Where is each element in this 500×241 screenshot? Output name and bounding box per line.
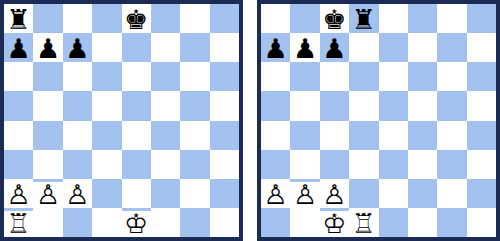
white-pawn-piece: ♙ xyxy=(293,181,317,208)
black-rook-piece: ♜ xyxy=(7,6,31,33)
square-g3 xyxy=(180,150,209,179)
square-h2 xyxy=(467,179,496,208)
square-f6 xyxy=(408,62,437,91)
castling-diagram: ♜♚♟♟♟♙♙♙♖♔ ♚♜♟♟♟♙♙♙♔♖ xyxy=(0,0,500,241)
square-b8 xyxy=(33,4,62,33)
square-e2 xyxy=(379,179,408,208)
square-d8: ♜ xyxy=(349,4,378,33)
square-c2: ♙ xyxy=(320,179,349,208)
square-g8 xyxy=(180,4,209,33)
square-f3 xyxy=(151,150,180,179)
square-g7 xyxy=(180,33,209,62)
square-c3 xyxy=(320,150,349,179)
square-c2: ♙ xyxy=(63,179,92,208)
square-a6 xyxy=(4,62,33,91)
white-king-piece: ♔ xyxy=(322,210,346,237)
square-f5 xyxy=(151,91,180,120)
square-b1 xyxy=(290,208,319,237)
square-b7: ♟ xyxy=(33,33,62,62)
square-d6 xyxy=(349,62,378,91)
square-e2 xyxy=(122,179,151,208)
white-pawn-piece: ♙ xyxy=(65,181,89,208)
square-e1 xyxy=(379,208,408,237)
square-b2: ♙ xyxy=(33,179,62,208)
square-c6 xyxy=(320,62,349,91)
square-d3 xyxy=(349,150,378,179)
black-king-piece: ♚ xyxy=(124,6,148,33)
square-h1 xyxy=(467,208,496,237)
white-pawn-piece: ♙ xyxy=(264,181,288,208)
square-e3 xyxy=(122,150,151,179)
square-g7 xyxy=(437,33,466,62)
square-c6 xyxy=(63,62,92,91)
square-g4 xyxy=(180,121,209,150)
square-a2: ♙ xyxy=(4,179,33,208)
square-d4 xyxy=(349,121,378,150)
square-d7 xyxy=(349,33,378,62)
square-c1 xyxy=(63,208,92,237)
square-h7 xyxy=(210,33,239,62)
square-d5 xyxy=(92,91,121,120)
square-d5 xyxy=(349,91,378,120)
square-g2 xyxy=(437,179,466,208)
square-f2 xyxy=(408,179,437,208)
square-a3 xyxy=(4,150,33,179)
square-g2 xyxy=(180,179,209,208)
white-king-piece: ♔ xyxy=(124,210,148,237)
square-e7 xyxy=(122,33,151,62)
square-f1 xyxy=(408,208,437,237)
square-c3 xyxy=(63,150,92,179)
square-g1 xyxy=(180,208,209,237)
square-e3 xyxy=(379,150,408,179)
square-b3 xyxy=(290,150,319,179)
square-a1: ♖ xyxy=(4,208,33,237)
square-b5 xyxy=(290,91,319,120)
square-c5 xyxy=(320,91,349,120)
square-d6 xyxy=(92,62,121,91)
square-a4 xyxy=(261,121,290,150)
square-h1 xyxy=(210,208,239,237)
square-e5 xyxy=(122,91,151,120)
square-h5 xyxy=(210,91,239,120)
square-a8: ♜ xyxy=(4,4,33,33)
square-g3 xyxy=(437,150,466,179)
square-e4 xyxy=(379,121,408,150)
black-pawn-piece: ♟ xyxy=(65,35,89,62)
square-h6 xyxy=(210,62,239,91)
white-pawn-piece: ♙ xyxy=(322,181,346,208)
square-d3 xyxy=(92,150,121,179)
square-c7: ♟ xyxy=(320,33,349,62)
square-b5 xyxy=(33,91,62,120)
square-f8 xyxy=(408,4,437,33)
square-d1: ♖ xyxy=(349,208,378,237)
square-a7: ♟ xyxy=(261,33,290,62)
white-pawn-piece: ♙ xyxy=(36,181,60,208)
square-f5 xyxy=(408,91,437,120)
square-b6 xyxy=(33,62,62,91)
square-a4 xyxy=(4,121,33,150)
square-g4 xyxy=(437,121,466,150)
square-g8 xyxy=(437,4,466,33)
square-f4 xyxy=(151,121,180,150)
square-h2 xyxy=(210,179,239,208)
square-c5 xyxy=(63,91,92,120)
square-g6 xyxy=(437,62,466,91)
square-f2 xyxy=(151,179,180,208)
square-a2: ♙ xyxy=(261,179,290,208)
square-h5 xyxy=(467,91,496,120)
square-e7 xyxy=(379,33,408,62)
square-e4 xyxy=(122,121,151,150)
square-f7 xyxy=(151,33,180,62)
square-g1 xyxy=(437,208,466,237)
black-pawn-piece: ♟ xyxy=(293,35,317,62)
square-h6 xyxy=(467,62,496,91)
square-d2 xyxy=(349,179,378,208)
black-pawn-piece: ♟ xyxy=(322,35,346,62)
square-d7 xyxy=(92,33,121,62)
square-a3 xyxy=(261,150,290,179)
black-pawn-piece: ♟ xyxy=(264,35,288,62)
square-c8: ♚ xyxy=(320,4,349,33)
square-h3 xyxy=(210,150,239,179)
square-f7 xyxy=(408,33,437,62)
square-e8 xyxy=(379,4,408,33)
square-f8 xyxy=(151,4,180,33)
square-b2: ♙ xyxy=(290,179,319,208)
square-f1 xyxy=(151,208,180,237)
white-rook-piece: ♖ xyxy=(352,210,376,237)
square-c8 xyxy=(63,4,92,33)
square-a5 xyxy=(261,91,290,120)
square-a7: ♟ xyxy=(4,33,33,62)
square-f4 xyxy=(408,121,437,150)
square-b6 xyxy=(290,62,319,91)
square-a1 xyxy=(261,208,290,237)
square-b1 xyxy=(33,208,62,237)
square-b7: ♟ xyxy=(290,33,319,62)
square-b4 xyxy=(33,121,62,150)
white-rook-piece: ♖ xyxy=(7,210,31,237)
square-f3 xyxy=(408,150,437,179)
square-e6 xyxy=(379,62,408,91)
square-b8 xyxy=(290,4,319,33)
square-e1: ♔ xyxy=(122,208,151,237)
square-h3 xyxy=(467,150,496,179)
white-pawn-piece: ♙ xyxy=(7,181,31,208)
square-h8 xyxy=(210,4,239,33)
black-rook-piece: ♜ xyxy=(352,6,376,33)
square-a8 xyxy=(261,4,290,33)
square-d2 xyxy=(92,179,121,208)
square-h8 xyxy=(467,4,496,33)
square-c4 xyxy=(320,121,349,150)
square-d1 xyxy=(92,208,121,237)
square-a5 xyxy=(4,91,33,120)
square-h4 xyxy=(210,121,239,150)
black-pawn-piece: ♟ xyxy=(7,35,31,62)
black-pawn-piece: ♟ xyxy=(36,35,60,62)
chess-board-before-castling: ♜♚♟♟♟♙♙♙♖♔ xyxy=(0,0,243,241)
square-a6 xyxy=(261,62,290,91)
square-f6 xyxy=(151,62,180,91)
square-c1: ♔ xyxy=(320,208,349,237)
square-e5 xyxy=(379,91,408,120)
square-h7 xyxy=(467,33,496,62)
square-b4 xyxy=(290,121,319,150)
square-d4 xyxy=(92,121,121,150)
square-h4 xyxy=(467,121,496,150)
square-b3 xyxy=(33,150,62,179)
square-c4 xyxy=(63,121,92,150)
square-c7: ♟ xyxy=(63,33,92,62)
square-g6 xyxy=(180,62,209,91)
square-g5 xyxy=(437,91,466,120)
square-d8 xyxy=(92,4,121,33)
chess-board-after-castling: ♚♜♟♟♟♙♙♙♔♖ xyxy=(257,0,500,241)
square-g5 xyxy=(180,91,209,120)
black-king-piece: ♚ xyxy=(322,6,346,33)
square-e6 xyxy=(122,62,151,91)
square-e8: ♚ xyxy=(122,4,151,33)
